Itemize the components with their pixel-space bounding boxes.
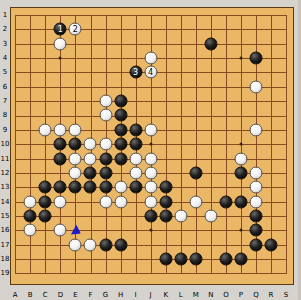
- black-stone-P12: [234, 166, 247, 179]
- white-stone-J12: [144, 166, 157, 179]
- white-stone-B14: [24, 195, 37, 208]
- row-label: 18: [1, 255, 10, 263]
- white-stone-Q9: [250, 123, 263, 136]
- black-stone-Q4: [250, 52, 263, 65]
- column-label: I: [135, 291, 137, 299]
- white-stone-E12: [69, 166, 82, 179]
- black-stone-L18: [174, 252, 187, 265]
- black-stone-E10: [69, 138, 82, 151]
- white-stone-L15: [174, 209, 187, 222]
- black-stone-I5-move-3: 3: [129, 66, 142, 79]
- star-point: [239, 57, 242, 60]
- black-stone-G13: [99, 181, 112, 194]
- black-stone-E13: [69, 181, 82, 194]
- black-stone-F12: [84, 166, 97, 179]
- white-stone-E11: [69, 152, 82, 165]
- column-label: Q: [253, 291, 259, 299]
- white-stone-D3: [54, 37, 67, 50]
- white-stone-J4: [144, 52, 157, 65]
- black-stone-K14: [159, 195, 172, 208]
- black-stone-J15: [144, 209, 157, 222]
- grid-line-vertical: [166, 15, 167, 274]
- star-point: [59, 57, 62, 60]
- column-label: C: [43, 291, 48, 299]
- white-stone-I12: [129, 166, 142, 179]
- row-label: 16: [1, 226, 10, 234]
- black-stone-N3: [204, 37, 217, 50]
- black-stone-P14: [234, 195, 247, 208]
- white-stone-J13: [144, 181, 157, 194]
- window-edge: [298, 0, 301, 300]
- black-stone-K15: [159, 209, 172, 222]
- black-stone-D10: [54, 138, 67, 151]
- black-stone-H11: [114, 152, 127, 165]
- column-label: G: [103, 291, 108, 299]
- white-stone-Q14: [250, 195, 263, 208]
- black-stone-H8: [114, 109, 127, 122]
- row-label: 17: [1, 241, 10, 249]
- black-stone-I9: [129, 123, 142, 136]
- row-label: 1: [3, 11, 7, 19]
- grid-line-horizontal: [15, 273, 287, 274]
- column-label: H: [118, 291, 123, 299]
- row-label: 15: [1, 212, 10, 220]
- black-stone-D2-move-1: 1: [54, 23, 67, 36]
- white-stone-D16: [54, 224, 67, 237]
- white-stone-G7: [99, 95, 112, 108]
- row-label: 14: [1, 198, 10, 206]
- black-stone-C13: [39, 181, 52, 194]
- black-stone-C15: [39, 209, 52, 222]
- column-label: F: [88, 291, 92, 299]
- white-stone-B16: [24, 224, 37, 237]
- white-stone-F11: [84, 152, 97, 165]
- black-stone-R17: [265, 238, 278, 251]
- star-point: [149, 143, 152, 146]
- white-stone-H14: [114, 195, 127, 208]
- white-stone-E2-move-2: 2: [69, 23, 82, 36]
- white-stone-C9: [39, 123, 52, 136]
- white-stone-I11: [129, 152, 142, 165]
- white-stone-M14: [189, 195, 202, 208]
- black-stone-P18: [234, 252, 247, 265]
- black-stone-O18: [219, 252, 232, 265]
- white-stone-D14: [54, 195, 67, 208]
- column-label: R: [269, 291, 274, 299]
- white-stone-J11: [144, 152, 157, 165]
- white-stone-E9: [69, 123, 82, 136]
- white-stone-D9: [54, 123, 67, 136]
- black-stone-O14: [219, 195, 232, 208]
- column-label: E: [73, 291, 77, 299]
- row-label: 7: [3, 97, 7, 105]
- row-label: 2: [3, 25, 7, 33]
- black-stone-Q15: [250, 209, 263, 222]
- white-stone-Q6: [250, 80, 263, 93]
- white-stone-G10: [99, 138, 112, 151]
- black-stone-H17: [114, 238, 127, 251]
- black-stone-G11: [99, 152, 112, 165]
- black-stone-D11: [54, 152, 67, 165]
- grid-line-horizontal: [15, 245, 287, 246]
- white-stone-E17: [69, 238, 82, 251]
- black-stone-K13: [159, 181, 172, 194]
- row-label: 19: [1, 269, 10, 277]
- grid-line-vertical: [196, 15, 197, 274]
- black-stone-B15: [24, 209, 37, 222]
- black-stone-Q16: [250, 224, 263, 237]
- column-label: P: [239, 291, 243, 299]
- black-stone-Q17: [250, 238, 263, 251]
- white-stone-F17: [84, 238, 97, 251]
- black-stone-K18: [159, 252, 172, 265]
- column-label: L: [179, 291, 183, 299]
- grid-line-vertical: [181, 15, 182, 274]
- column-label: D: [58, 291, 63, 299]
- black-stone-I10: [129, 138, 142, 151]
- star-point: [149, 229, 152, 232]
- column-label: O: [223, 291, 229, 299]
- row-label: 11: [1, 155, 10, 163]
- column-label: J: [150, 291, 152, 299]
- column-label: M: [193, 291, 199, 299]
- row-label: 4: [3, 54, 7, 62]
- white-stone-P11: [234, 152, 247, 165]
- white-stone-J9: [144, 123, 157, 136]
- column-label: B: [28, 291, 33, 299]
- white-stone-F10: [84, 138, 97, 151]
- row-label: 13: [1, 183, 10, 191]
- white-stone-J5-move-4: 4: [144, 66, 157, 79]
- column-label: S: [284, 291, 288, 299]
- row-label: 12: [1, 169, 10, 177]
- white-stone-G8: [99, 109, 112, 122]
- black-stone-G12: [99, 166, 112, 179]
- white-stone-G14: [99, 195, 112, 208]
- black-stone-I13: [129, 181, 142, 194]
- row-label: 3: [3, 40, 7, 48]
- row-label: 8: [3, 111, 7, 119]
- black-stone-M18: [189, 252, 202, 265]
- grid-line-vertical: [286, 15, 287, 274]
- black-stone-M12: [189, 166, 202, 179]
- row-label: 6: [3, 83, 7, 91]
- column-label: K: [163, 291, 168, 299]
- grid-line-vertical: [211, 15, 212, 274]
- grid-line-vertical: [226, 15, 227, 274]
- white-stone-N15: [204, 209, 217, 222]
- go-board-window: 12345678910111213141516171819 ABCDEFGHIJ…: [0, 0, 301, 300]
- row-label: 10: [1, 140, 10, 148]
- black-stone-C14: [39, 195, 52, 208]
- row-label: 5: [3, 68, 7, 76]
- black-stone-H10: [114, 138, 127, 151]
- black-stone-H9: [114, 123, 127, 136]
- white-stone-J14: [144, 195, 157, 208]
- white-stone-H13: [114, 181, 127, 194]
- column-label: A: [13, 291, 18, 299]
- grid-line-vertical: [271, 15, 272, 274]
- star-point: [239, 143, 242, 146]
- star-point: [239, 229, 242, 232]
- black-stone-D13: [54, 181, 67, 194]
- black-stone-G17: [99, 238, 112, 251]
- black-stone-F13: [84, 181, 97, 194]
- column-label: N: [208, 291, 213, 299]
- white-stone-Q12: [250, 166, 263, 179]
- white-stone-Q13: [250, 181, 263, 194]
- row-label: 9: [3, 126, 7, 134]
- black-stone-H7: [114, 95, 127, 108]
